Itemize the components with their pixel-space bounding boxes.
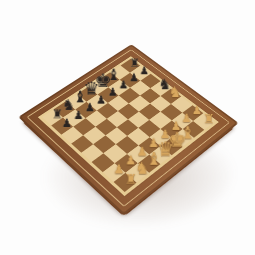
- chess-set-product-photo: ♜♞♝♛♚♝♜♟♟♟♟♟♟♟♟♞♞♟♟♟♟♟♟♟♟♜♞♝♛♚♝♜: [0, 0, 255, 255]
